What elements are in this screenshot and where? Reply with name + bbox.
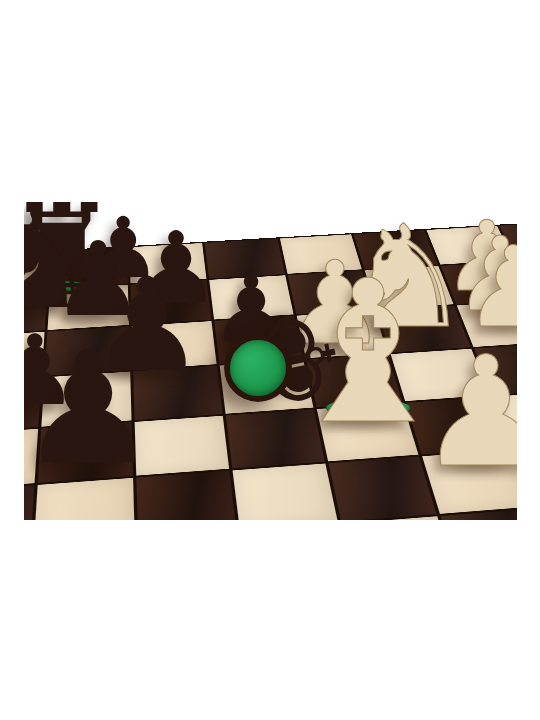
- pieces-layer: ♟♟♜♟♞♟♟♞♟♟♟♟♚♟♝♟♟: [24, 180, 517, 520]
- page-root: ♟♟♜♟♞♟♟♞♟♟♟♟♚♟♝♟♟: [0, 0, 540, 720]
- chess-set-photo: ♟♟♜♟♞♟♟♞♟♟♟♟♚♟♝♟♟: [24, 180, 517, 520]
- white-pawn-g3: ♟: [417, 336, 517, 489]
- black-pawn-b3: ♟: [24, 331, 158, 487]
